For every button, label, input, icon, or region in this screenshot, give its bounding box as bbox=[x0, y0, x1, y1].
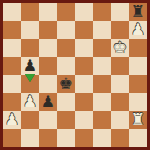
piece-white-pawn[interactable]: ♟ bbox=[23, 93, 37, 111]
piece-black-pawn[interactable]: ♟ bbox=[23, 57, 37, 75]
square-e5[interactable] bbox=[75, 57, 93, 75]
square-c6[interactable] bbox=[39, 39, 57, 57]
piece-black-king[interactable]: ♚ bbox=[59, 75, 73, 93]
square-h2[interactable]: ♜ bbox=[129, 111, 147, 129]
square-c1[interactable] bbox=[39, 129, 57, 147]
square-c4[interactable] bbox=[39, 75, 57, 93]
square-d3[interactable] bbox=[57, 93, 75, 111]
square-d6[interactable] bbox=[57, 39, 75, 57]
square-c3[interactable]: ♟ bbox=[39, 93, 57, 111]
square-g4[interactable] bbox=[111, 75, 129, 93]
square-e8[interactable] bbox=[75, 3, 93, 21]
square-a3[interactable] bbox=[3, 93, 21, 111]
square-d2[interactable] bbox=[57, 111, 75, 129]
square-c2[interactable] bbox=[39, 111, 57, 129]
square-f3[interactable] bbox=[93, 93, 111, 111]
square-f2[interactable] bbox=[93, 111, 111, 129]
square-b7[interactable] bbox=[21, 21, 39, 39]
square-d5[interactable] bbox=[57, 57, 75, 75]
square-f8[interactable] bbox=[93, 3, 111, 21]
square-b6[interactable] bbox=[21, 39, 39, 57]
piece-white-king[interactable]: ♚ bbox=[113, 39, 127, 57]
square-a8[interactable] bbox=[3, 3, 21, 21]
square-g2[interactable] bbox=[111, 111, 129, 129]
square-b2[interactable] bbox=[21, 111, 39, 129]
square-a7[interactable] bbox=[3, 21, 21, 39]
square-a6[interactable] bbox=[3, 39, 21, 57]
square-b1[interactable] bbox=[21, 129, 39, 147]
square-h6[interactable] bbox=[129, 39, 147, 57]
square-g6[interactable]: ♚ bbox=[111, 39, 129, 57]
piece-white-pawn[interactable]: ♟ bbox=[5, 111, 19, 129]
square-g3[interactable] bbox=[111, 93, 129, 111]
square-d1[interactable] bbox=[57, 129, 75, 147]
square-a5[interactable] bbox=[3, 57, 21, 75]
square-c5[interactable] bbox=[39, 57, 57, 75]
square-h8[interactable]: ♜ bbox=[129, 3, 147, 21]
square-e1[interactable] bbox=[75, 129, 93, 147]
square-e3[interactable] bbox=[75, 93, 93, 111]
square-b5[interactable]: ♟ bbox=[21, 57, 39, 75]
square-f6[interactable] bbox=[93, 39, 111, 57]
square-h3[interactable] bbox=[129, 93, 147, 111]
square-d4[interactable]: ♚ bbox=[57, 75, 75, 93]
square-e7[interactable] bbox=[75, 21, 93, 39]
square-g5[interactable] bbox=[111, 57, 129, 75]
move-hint-arrow bbox=[25, 74, 35, 82]
square-a1[interactable] bbox=[3, 129, 21, 147]
square-a2[interactable]: ♟ bbox=[3, 111, 21, 129]
square-h1[interactable] bbox=[129, 129, 147, 147]
square-f4[interactable] bbox=[93, 75, 111, 93]
chess-board: ♜♟♚♟♚♟♟♟♜ bbox=[0, 0, 150, 150]
square-f5[interactable] bbox=[93, 57, 111, 75]
square-f1[interactable] bbox=[93, 129, 111, 147]
square-d7[interactable] bbox=[57, 21, 75, 39]
square-d8[interactable] bbox=[57, 3, 75, 21]
square-f7[interactable] bbox=[93, 21, 111, 39]
square-g7[interactable] bbox=[111, 21, 129, 39]
square-b8[interactable] bbox=[21, 3, 39, 21]
piece-white-rook[interactable]: ♜ bbox=[131, 111, 145, 129]
square-h5[interactable] bbox=[129, 57, 147, 75]
square-a4[interactable] bbox=[3, 75, 21, 93]
piece-black-rook[interactable]: ♜ bbox=[131, 3, 145, 21]
square-c8[interactable] bbox=[39, 3, 57, 21]
square-g1[interactable] bbox=[111, 129, 129, 147]
square-h7[interactable]: ♟ bbox=[129, 21, 147, 39]
square-e6[interactable] bbox=[75, 39, 93, 57]
square-e2[interactable] bbox=[75, 111, 93, 129]
piece-black-pawn[interactable]: ♟ bbox=[41, 93, 55, 111]
piece-white-pawn[interactable]: ♟ bbox=[131, 21, 145, 39]
square-c7[interactable] bbox=[39, 21, 57, 39]
square-e4[interactable] bbox=[75, 75, 93, 93]
square-h4[interactable] bbox=[129, 75, 147, 93]
chess-board-container: ♜♟♚♟♚♟♟♟♜ bbox=[0, 0, 150, 150]
square-b3[interactable]: ♟ bbox=[21, 93, 39, 111]
square-g8[interactable] bbox=[111, 3, 129, 21]
